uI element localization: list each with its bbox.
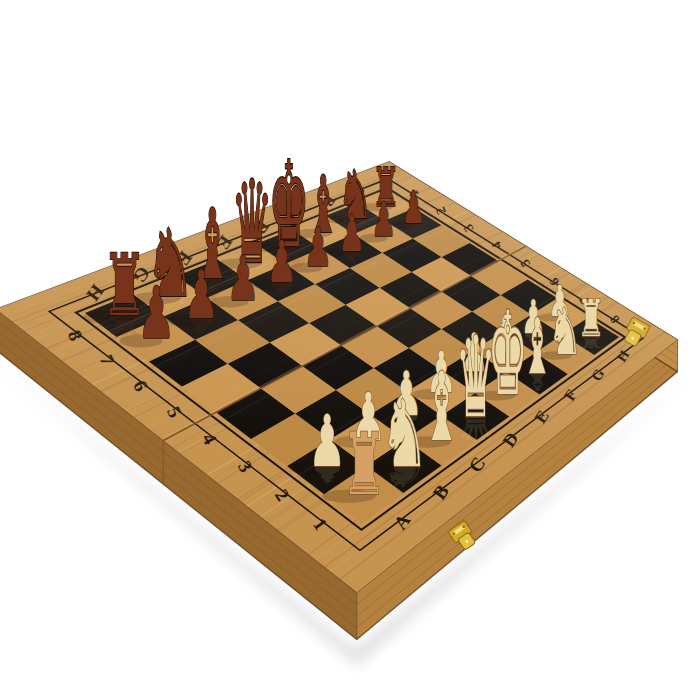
svg-text:♟: ♟ [183,256,219,334]
chess-set-product-photo: A1H8B2G7C3F6D4E5E5D4F6C3G7B2H8A1♜♞♞♟♟♝♟♚… [0,0,700,700]
svg-text:♟: ♟ [371,193,396,248]
svg-text:♟: ♟ [266,229,297,296]
svg-text:♞: ♞ [380,379,429,488]
svg-text:♜: ♜ [342,414,387,514]
chess-board-render: A1H8B2G7C3F6D4E5E5D4F6C3G7B2H8A1♜♞♞♟♟♝♟♚… [0,0,700,700]
svg-text:♟: ♟ [401,182,425,234]
svg-text:♟: ♟ [338,203,365,263]
svg-text:♟: ♟ [308,399,346,483]
svg-text:♟: ♟ [226,242,259,314]
svg-text:♟: ♟ [303,216,332,278]
svg-text:♛: ♛ [456,312,497,442]
svg-text:♞: ♞ [548,294,582,368]
svg-text:♟: ♟ [137,272,175,356]
